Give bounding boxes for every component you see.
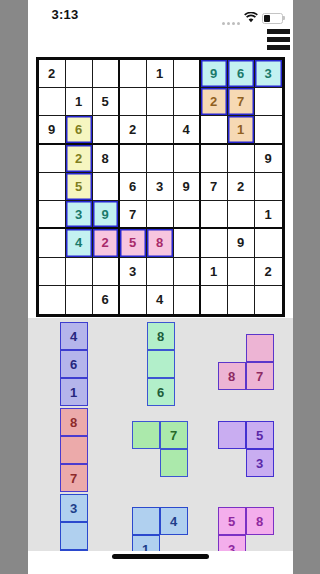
board-cell-r4c1[interactable] bbox=[39, 145, 66, 173]
board-cell-r2c2[interactable]: 1 bbox=[66, 88, 93, 116]
board-cell-r4c4[interactable] bbox=[120, 145, 147, 173]
piece-cell-blue-vertical[interactable] bbox=[60, 550, 88, 551]
wifi-icon bbox=[244, 9, 258, 27]
hamburger-bar bbox=[267, 45, 290, 50]
piece-cell-salmon-vertical[interactable] bbox=[60, 436, 88, 464]
board-cell-r2c3[interactable]: 5 bbox=[93, 88, 120, 116]
board-cell-r3c6[interactable]: 4 bbox=[174, 116, 201, 144]
board-cell-r9c2[interactable] bbox=[66, 286, 93, 314]
board-cell-r5c1[interactable] bbox=[39, 173, 66, 201]
piece-cell-blue-l[interactable] bbox=[132, 507, 160, 535]
board-cell-r3c7[interactable] bbox=[201, 116, 228, 144]
board-cell-r6c3[interactable]: 9 bbox=[93, 201, 120, 229]
board-cell-r7c8[interactable]: 9 bbox=[228, 229, 255, 257]
board-cell-r8c7[interactable]: 1 bbox=[201, 258, 228, 286]
board-cell-r9c8[interactable] bbox=[228, 286, 255, 314]
board-cell-r2c1[interactable] bbox=[39, 88, 66, 116]
app-screen: 3:13 21963152796241289563972397142589312… bbox=[28, 0, 293, 574]
piece-cell-lavender-vertical[interactable]: 4 bbox=[60, 322, 88, 350]
board-cell-r6c1[interactable] bbox=[39, 201, 66, 229]
piece-cell-pink-l[interactable]: 8 bbox=[218, 362, 246, 390]
board-cell-r1c9[interactable]: 3 bbox=[255, 60, 282, 88]
piece-cell-blue-l[interactable]: 4 bbox=[160, 507, 188, 535]
board-cell-r3c5[interactable] bbox=[147, 116, 174, 144]
board-cell-r2c6[interactable] bbox=[174, 88, 201, 116]
board-cell-r8c1[interactable] bbox=[39, 258, 66, 286]
board-cell-r1c4[interactable] bbox=[120, 60, 147, 88]
piece-cell-mint-vertical[interactable]: 8 bbox=[147, 322, 175, 350]
board-cell-r5c9[interactable] bbox=[255, 173, 282, 201]
board-cell-r4c5[interactable] bbox=[147, 145, 174, 173]
piece-cell-violet-l[interactable]: 5 bbox=[246, 421, 274, 449]
board-cell-r2c8[interactable]: 7 bbox=[228, 88, 255, 116]
board-cell-r8c8[interactable] bbox=[228, 258, 255, 286]
board-cell-r5c8[interactable]: 2 bbox=[228, 173, 255, 201]
board-cell-r3c3[interactable] bbox=[93, 116, 120, 144]
piece-cell-mint-vertical[interactable] bbox=[147, 350, 175, 378]
piece-cell-violet-l[interactable] bbox=[218, 421, 246, 449]
hamburger-bar bbox=[267, 37, 290, 42]
board-cell-r6c2[interactable]: 3 bbox=[66, 201, 93, 229]
board-cell-r5c6[interactable]: 9 bbox=[174, 173, 201, 201]
piece-cell-blue-vertical[interactable] bbox=[60, 522, 88, 550]
board-cell-r8c3[interactable] bbox=[93, 258, 120, 286]
board-cell-r3c8[interactable]: 1 bbox=[228, 116, 255, 144]
board-cell-r9c4[interactable] bbox=[120, 286, 147, 314]
piece-cell-blue-vertical[interactable]: 3 bbox=[60, 494, 88, 522]
board-cell-r4c6[interactable] bbox=[174, 145, 201, 173]
board-cell-r9c3[interactable]: 6 bbox=[93, 286, 120, 314]
piece-cell-green-l[interactable] bbox=[132, 421, 160, 449]
cellular-signal-icon bbox=[222, 11, 240, 25]
board-cell-r4c8[interactable] bbox=[228, 145, 255, 173]
board-cell-r7c7[interactable] bbox=[201, 229, 228, 257]
piece-cell-mint-vertical[interactable]: 6 bbox=[147, 378, 175, 406]
board-cell-r1c6[interactable] bbox=[174, 60, 201, 88]
piece-cell-pink-l[interactable]: 7 bbox=[246, 362, 274, 390]
piece-cell-salmon-vertical[interactable]: 7 bbox=[60, 464, 88, 492]
board-cell-r5c2[interactable]: 5 bbox=[66, 173, 93, 201]
home-indicator-bar[interactable] bbox=[112, 554, 209, 559]
board-cell-r8c6[interactable] bbox=[174, 258, 201, 286]
board-cell-r9c9[interactable] bbox=[255, 286, 282, 314]
board-cell-r4c7[interactable] bbox=[201, 145, 228, 173]
board-cell-r9c1[interactable] bbox=[39, 286, 66, 314]
piece-tray: 461868787753341583 bbox=[28, 318, 293, 551]
board-cell-r8c5[interactable] bbox=[147, 258, 174, 286]
board-cell-r9c5[interactable]: 4 bbox=[147, 286, 174, 314]
board-cell-r8c2[interactable] bbox=[66, 258, 93, 286]
board-cell-r2c5[interactable] bbox=[147, 88, 174, 116]
board-cell-r9c6[interactable] bbox=[174, 286, 201, 314]
piece-cell-lavender-vertical[interactable]: 6 bbox=[60, 350, 88, 378]
board-cell-r4c3[interactable]: 8 bbox=[93, 145, 120, 173]
board-cell-r3c1[interactable]: 9 bbox=[39, 116, 66, 144]
board-cell-r7c1[interactable] bbox=[39, 229, 66, 257]
board-cell-r7c9[interactable] bbox=[255, 229, 282, 257]
board-cell-r6c8[interactable] bbox=[228, 201, 255, 229]
board-cell-r3c4[interactable]: 2 bbox=[120, 116, 147, 144]
board-cell-r7c2[interactable]: 4 bbox=[66, 229, 93, 257]
board-cell-r4c9[interactable]: 9 bbox=[255, 145, 282, 173]
board-cell-r9c7[interactable] bbox=[201, 286, 228, 314]
status-icons bbox=[222, 9, 283, 27]
board-cell-r5c7[interactable]: 7 bbox=[201, 173, 228, 201]
piece-cell-blue-l[interactable]: 1 bbox=[132, 535, 160, 551]
board-cell-r5c3[interactable] bbox=[93, 173, 120, 201]
piece-cell-magenta-l[interactable]: 5 bbox=[218, 507, 246, 535]
board-cell-r4c2[interactable]: 2 bbox=[66, 145, 93, 173]
piece-cell-lavender-vertical[interactable]: 1 bbox=[60, 378, 88, 406]
sudoku-board: 2196315279624128956397239714258931264 bbox=[36, 57, 285, 317]
piece-cell-magenta-l[interactable]: 8 bbox=[246, 507, 274, 535]
battery-icon bbox=[262, 13, 283, 24]
piece-cell-pink-l[interactable] bbox=[246, 334, 274, 362]
board-cell-r2c4[interactable] bbox=[120, 88, 147, 116]
board-cell-r2c7[interactable]: 2 bbox=[201, 88, 228, 116]
board-cell-r1c5[interactable]: 1 bbox=[147, 60, 174, 88]
board-cell-r5c5[interactable]: 3 bbox=[147, 173, 174, 201]
board-cell-r7c6[interactable] bbox=[174, 229, 201, 257]
status-time: 3:13 bbox=[52, 7, 79, 22]
board-cell-r6c9[interactable]: 1 bbox=[255, 201, 282, 229]
piece-cell-salmon-vertical[interactable]: 8 bbox=[60, 408, 88, 436]
board-cell-r2c9[interactable] bbox=[255, 88, 282, 116]
board-cell-r8c4[interactable]: 3 bbox=[120, 258, 147, 286]
board-cell-r1c1[interactable]: 2 bbox=[39, 60, 66, 88]
board-cell-r1c7[interactable]: 9 bbox=[201, 60, 228, 88]
board-cell-r5c4[interactable]: 6 bbox=[120, 173, 147, 201]
board-cell-r7c5[interactable]: 8 bbox=[147, 229, 174, 257]
board-cell-r7c4[interactable]: 5 bbox=[120, 229, 147, 257]
board-cell-r6c7[interactable] bbox=[201, 201, 228, 229]
board-cell-r6c6[interactable] bbox=[174, 201, 201, 229]
board-cell-r6c4[interactable]: 7 bbox=[120, 201, 147, 229]
board-cell-r1c3[interactable] bbox=[93, 60, 120, 88]
board-cell-r1c2[interactable] bbox=[66, 60, 93, 88]
board-cell-r7c3[interactable]: 2 bbox=[93, 229, 120, 257]
board-cell-r1c8[interactable]: 6 bbox=[228, 60, 255, 88]
board-cell-r3c2[interactable]: 6 bbox=[66, 116, 93, 144]
hamburger-bar bbox=[267, 29, 290, 34]
status-bar: 3:13 bbox=[28, 0, 293, 26]
hamburger-menu-button[interactable] bbox=[267, 29, 290, 53]
piece-cell-green-l[interactable] bbox=[160, 449, 188, 477]
piece-cell-green-l[interactable]: 7 bbox=[160, 421, 188, 449]
piece-cell-magenta-l[interactable]: 3 bbox=[218, 535, 246, 551]
board-cell-r6c5[interactable] bbox=[147, 201, 174, 229]
board-cell-r8c9[interactable]: 2 bbox=[255, 258, 282, 286]
piece-cell-violet-l[interactable]: 3 bbox=[246, 449, 274, 477]
board-cell-r3c9[interactable] bbox=[255, 116, 282, 144]
